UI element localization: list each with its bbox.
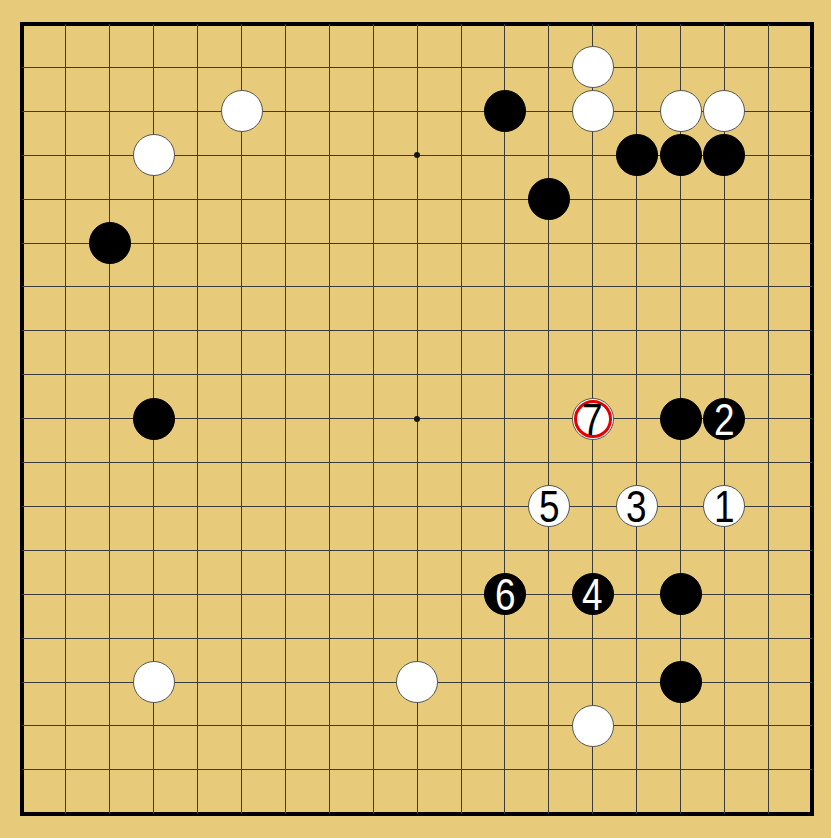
go-stone-black-P16 — [616, 134, 658, 176]
grid-line-vertical — [461, 24, 462, 814]
move-number-label: 2 — [714, 398, 735, 442]
go-stone-black-D10 — [133, 398, 175, 440]
move-number-label: 7 — [582, 398, 603, 442]
star-point — [414, 416, 420, 422]
move-number-label: 3 — [626, 485, 647, 529]
grid-line-horizontal — [22, 638, 812, 639]
grid-line-horizontal — [22, 462, 812, 463]
go-stone-white-O18 — [572, 46, 614, 88]
go-stone-black-M17 — [484, 90, 526, 132]
grid-line-vertical — [504, 24, 505, 814]
go-stone-white-N8: 5 — [528, 485, 570, 527]
go-stone-white-D4 — [133, 661, 175, 703]
go-stone-white-D16 — [133, 134, 175, 176]
move-number-label: 1 — [714, 485, 735, 529]
go-stone-white-Q17 — [660, 90, 702, 132]
go-stone-black-Q10 — [660, 398, 702, 440]
move-number-label: 6 — [495, 573, 516, 617]
go-stone-black-Q16 — [660, 134, 702, 176]
go-stone-black-Q6 — [660, 573, 702, 615]
grid-line-horizontal — [22, 506, 812, 507]
go-stone-white-F17 — [221, 90, 263, 132]
go-stone-white-P8: 3 — [616, 485, 658, 527]
grid-line-vertical — [548, 24, 549, 814]
go-stone-black-R10: 2 — [703, 398, 745, 440]
go-stone-white-O17 — [572, 90, 614, 132]
grid-line-horizontal — [22, 725, 812, 726]
grid-line-horizontal — [22, 769, 812, 770]
move-number-label: 4 — [582, 573, 603, 617]
grid-line-horizontal — [22, 550, 812, 551]
go-stone-black-Q4 — [660, 661, 702, 703]
grid-line-vertical — [768, 24, 769, 814]
go-stone-black-O6: 4 — [572, 573, 614, 615]
go-stone-black-M6: 6 — [484, 573, 526, 615]
go-stone-white-K4 — [396, 661, 438, 703]
go-stone-black-C14 — [89, 222, 131, 264]
move-number-label: 5 — [539, 485, 560, 529]
go-stone-black-N15 — [528, 178, 570, 220]
go-stone-white-O10: 7 — [572, 398, 614, 440]
go-board-diagram: 1234567 — [0, 0, 831, 838]
go-stone-white-O3 — [572, 705, 614, 747]
